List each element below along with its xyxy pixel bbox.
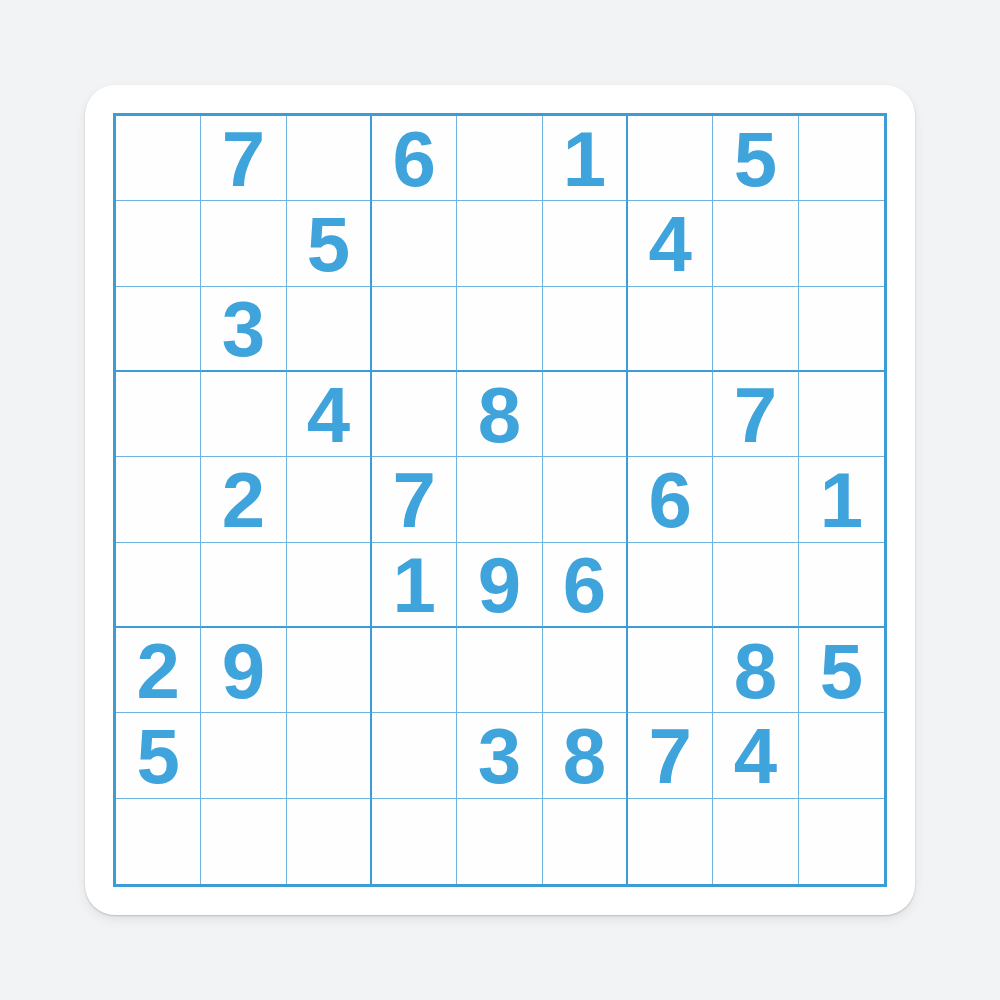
sudoku-cell-empty[interactable]	[713, 543, 798, 628]
sudoku-board: 76155434872761196298553874	[113, 113, 887, 887]
sudoku-cell-empty[interactable]	[799, 287, 884, 372]
sudoku-cell-given[interactable]: 7	[713, 372, 798, 457]
sudoku-cell-empty[interactable]	[543, 799, 628, 884]
sudoku-cell-given[interactable]: 1	[372, 543, 457, 628]
sudoku-cell-empty[interactable]	[543, 457, 628, 542]
sudoku-cell-empty[interactable]	[287, 543, 372, 628]
sudoku-cell-given[interactable]: 1	[799, 457, 884, 542]
sudoku-cell-empty[interactable]	[713, 287, 798, 372]
sudoku-cell-empty[interactable]	[457, 457, 542, 542]
sudoku-cell-given[interactable]: 5	[713, 116, 798, 201]
sudoku-cell-given[interactable]: 6	[628, 457, 713, 542]
sudoku-cell-empty[interactable]	[116, 372, 201, 457]
sudoku-cell-given[interactable]: 3	[201, 287, 286, 372]
sudoku-cell-empty[interactable]	[628, 543, 713, 628]
sudoku-cell-empty[interactable]	[201, 713, 286, 798]
sudoku-cell-empty[interactable]	[116, 116, 201, 201]
sudoku-cell-empty[interactable]	[713, 457, 798, 542]
sudoku-cell-given[interactable]: 5	[287, 201, 372, 286]
sudoku-cell-empty[interactable]	[287, 713, 372, 798]
sudoku-cell-empty[interactable]	[628, 628, 713, 713]
sudoku-cell-empty[interactable]	[116, 799, 201, 884]
sudoku-cell-empty[interactable]	[799, 372, 884, 457]
sudoku-cell-given[interactable]: 8	[457, 372, 542, 457]
sudoku-cell-given[interactable]: 2	[201, 457, 286, 542]
sudoku-cell-empty[interactable]	[628, 372, 713, 457]
sudoku-cell-empty[interactable]	[201, 372, 286, 457]
sudoku-cell-given[interactable]: 4	[628, 201, 713, 286]
sudoku-cell-empty[interactable]	[116, 287, 201, 372]
sudoku-cell-given[interactable]: 8	[543, 713, 628, 798]
sudoku-cell-given[interactable]: 2	[116, 628, 201, 713]
sudoku-cell-given[interactable]: 9	[457, 543, 542, 628]
sudoku-cell-empty[interactable]	[116, 201, 201, 286]
sudoku-cell-empty[interactable]	[457, 799, 542, 884]
sudoku-cell-given[interactable]: 3	[457, 713, 542, 798]
sudoku-cell-empty[interactable]	[628, 287, 713, 372]
sudoku-cell-given[interactable]: 8	[713, 628, 798, 713]
sudoku-cell-given[interactable]: 5	[116, 713, 201, 798]
sudoku-cell-empty[interactable]	[543, 287, 628, 372]
sudoku-cell-empty[interactable]	[799, 799, 884, 884]
sudoku-cell-given[interactable]: 7	[201, 116, 286, 201]
sudoku-cell-empty[interactable]	[287, 116, 372, 201]
sudoku-cell-empty[interactable]	[372, 201, 457, 286]
sudoku-cell-empty[interactable]	[372, 628, 457, 713]
sudoku-cell-given[interactable]: 7	[372, 457, 457, 542]
sudoku-cell-empty[interactable]	[543, 201, 628, 286]
sudoku-cell-empty[interactable]	[543, 372, 628, 457]
sudoku-cell-empty[interactable]	[457, 628, 542, 713]
sudoku-cell-empty[interactable]	[799, 713, 884, 798]
sudoku-cell-empty[interactable]	[628, 116, 713, 201]
sudoku-cell-given[interactable]: 4	[713, 713, 798, 798]
sudoku-cell-empty[interactable]	[287, 799, 372, 884]
page-background: 76155434872761196298553874	[0, 0, 1000, 1000]
sudoku-cell-empty[interactable]	[372, 287, 457, 372]
sudoku-cell-given[interactable]: 5	[799, 628, 884, 713]
sudoku-cell-empty[interactable]	[799, 201, 884, 286]
sudoku-cell-empty[interactable]	[713, 799, 798, 884]
sudoku-cell-empty[interactable]	[116, 543, 201, 628]
sudoku-cell-empty[interactable]	[201, 799, 286, 884]
sudoku-cell-empty[interactable]	[457, 201, 542, 286]
sudoku-cell-empty[interactable]	[457, 287, 542, 372]
sudoku-cell-given[interactable]: 1	[543, 116, 628, 201]
sudoku-cell-empty[interactable]	[799, 543, 884, 628]
sudoku-cell-given[interactable]: 7	[628, 713, 713, 798]
sudoku-cell-empty[interactable]	[287, 287, 372, 372]
sudoku-cell-empty[interactable]	[713, 201, 798, 286]
sudoku-cell-empty[interactable]	[372, 713, 457, 798]
sudoku-cell-empty[interactable]	[799, 116, 884, 201]
sudoku-cell-given[interactable]: 6	[372, 116, 457, 201]
sudoku-cell-empty[interactable]	[287, 628, 372, 713]
sudoku-cell-empty[interactable]	[543, 628, 628, 713]
sudoku-cell-empty[interactable]	[287, 457, 372, 542]
sudoku-cell-empty[interactable]	[201, 201, 286, 286]
sudoku-cell-given[interactable]: 4	[287, 372, 372, 457]
sudoku-cell-empty[interactable]	[628, 799, 713, 884]
sudoku-cell-empty[interactable]	[372, 799, 457, 884]
sudoku-cell-given[interactable]: 9	[201, 628, 286, 713]
sudoku-cell-given[interactable]: 6	[543, 543, 628, 628]
sudoku-cell-empty[interactable]	[201, 543, 286, 628]
sudoku-cell-empty[interactable]	[116, 457, 201, 542]
sudoku-cell-empty[interactable]	[372, 372, 457, 457]
sudoku-cell-empty[interactable]	[457, 116, 542, 201]
sudoku-sticker: 76155434872761196298553874	[85, 85, 915, 915]
